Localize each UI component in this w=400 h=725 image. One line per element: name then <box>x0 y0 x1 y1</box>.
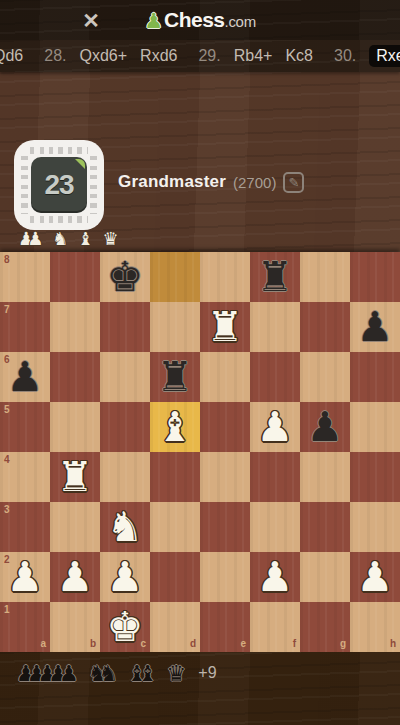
square-c5[interactable] <box>100 402 150 452</box>
piece-white-rook[interactable]: ♜ <box>50 452 100 502</box>
square-e8[interactable] <box>200 252 250 302</box>
piece-black-pawn[interactable]: ♟ <box>0 352 50 402</box>
piece-white-pawn[interactable]: ♟ <box>50 552 100 602</box>
square-h8[interactable] <box>350 252 400 302</box>
square-a3[interactable]: 3 <box>0 502 50 552</box>
piece-black-rook[interactable]: ♜ <box>250 252 300 302</box>
square-c2[interactable]: ♟ <box>100 552 150 602</box>
piece-white-pawn[interactable]: ♟ <box>250 402 300 452</box>
captured-pieces-by-white: ♟♟♟♟♟♞♞♝♝♛+9 <box>16 661 217 685</box>
rank-label-5: 5 <box>4 405 10 415</box>
square-b5[interactable] <box>50 402 100 452</box>
square-g2[interactable] <box>300 552 350 602</box>
square-g4[interactable] <box>300 452 350 502</box>
move-item[interactable]: Kc8 <box>285 47 313 65</box>
cpu-chip-icon: 23 <box>31 157 87 213</box>
square-b4[interactable]: ♜ <box>50 452 100 502</box>
square-f7[interactable] <box>250 302 300 352</box>
piece-white-knight[interactable]: ♞ <box>100 502 150 552</box>
square-e3[interactable] <box>200 502 250 552</box>
player-section: 23 Grandmaster (2700) ✎ ♟♟♞♝♛ <box>0 72 400 252</box>
chip-pins <box>30 216 88 223</box>
player-rating: (2700) <box>233 174 276 191</box>
piece-white-rook[interactable]: ♜ <box>200 302 250 352</box>
square-a5[interactable]: 5 <box>0 402 50 452</box>
captured-bishop-icon: ♝ <box>77 230 93 248</box>
square-a1[interactable]: 1a <box>0 602 50 652</box>
square-a2[interactable]: 2♟ <box>0 552 50 602</box>
chip-notch <box>75 159 85 169</box>
square-g7[interactable] <box>300 302 350 352</box>
square-e6[interactable] <box>200 352 250 402</box>
captured-knight-icon: ♞ <box>98 663 118 685</box>
captured-knight-group: ♞ <box>52 230 68 248</box>
square-b1[interactable]: b <box>50 602 100 652</box>
chess-board[interactable]: 8♚♜7♜♟6♟♜5♝♟♟4♜3♞2♟♟♟♟♟1abc♚defgh <box>0 252 400 652</box>
rank-label-3: 3 <box>4 505 10 515</box>
move-item[interactable]: Qd6 <box>0 47 23 65</box>
square-h3[interactable] <box>350 502 400 552</box>
square-f8[interactable]: ♜ <box>250 252 300 302</box>
square-e5[interactable] <box>200 402 250 452</box>
top-bar: ✕ ♟ Chess .com <box>0 0 400 40</box>
piece-white-king[interactable]: ♚ <box>100 602 150 652</box>
file-label-b: b <box>90 639 96 649</box>
move-item[interactable]: Rxd6 <box>140 47 177 65</box>
captured-knight-group: ♞♞ <box>88 663 118 685</box>
square-b7[interactable] <box>50 302 100 352</box>
square-d7[interactable] <box>150 302 200 352</box>
current-move[interactable]: Rxe7 <box>369 45 400 67</box>
square-g5[interactable]: ♟ <box>300 402 350 452</box>
material-advantage: +9 <box>198 664 216 682</box>
square-a7[interactable]: 7 <box>0 302 50 352</box>
bot-avatar[interactable]: 23 <box>14 140 104 230</box>
square-a4[interactable]: 4 <box>0 452 50 502</box>
captured-pawn-group: ♟♟♟♟♟ <box>16 663 79 685</box>
square-b3[interactable] <box>50 502 100 552</box>
square-d6[interactable]: ♜ <box>150 352 200 402</box>
square-d4[interactable] <box>150 452 200 502</box>
captured-pawn-icon: ♟ <box>27 230 43 248</box>
square-d8[interactable] <box>150 252 200 302</box>
square-c7[interactable] <box>100 302 150 352</box>
captured-bishop-icon: ♝ <box>138 663 158 685</box>
piece-black-pawn[interactable]: ♟ <box>350 302 400 352</box>
square-f2[interactable]: ♟ <box>250 552 300 602</box>
square-f1[interactable]: f <box>250 602 300 652</box>
piece-white-pawn[interactable]: ♟ <box>250 552 300 602</box>
captured-bishop-group: ♝ <box>77 230 93 248</box>
square-d2[interactable] <box>150 552 200 602</box>
rank-label-7: 7 <box>4 305 10 315</box>
logo-text-chess: Chess <box>164 8 225 32</box>
piece-white-pawn[interactable]: ♟ <box>100 552 150 602</box>
logo-text-com: .com <box>225 13 256 30</box>
piece-white-pawn[interactable]: ♟ <box>0 552 50 602</box>
square-g6[interactable] <box>300 352 350 402</box>
square-e7[interactable]: ♜ <box>200 302 250 352</box>
square-g8[interactable] <box>300 252 350 302</box>
square-a8[interactable]: 8 <box>0 252 50 302</box>
piece-black-pawn[interactable]: ♟ <box>300 402 350 452</box>
captured-bishop-group: ♝♝ <box>127 663 157 685</box>
square-h5[interactable] <box>350 402 400 452</box>
move-number: 30. <box>334 47 356 65</box>
move-list-bar[interactable]: Qd628.Qxd6+Rxd629.Rb4+Kc830.Rxe7 <box>0 40 400 72</box>
square-c4[interactable] <box>100 452 150 502</box>
square-f4[interactable] <box>250 452 300 502</box>
square-c6[interactable] <box>100 352 150 402</box>
captured-queen-icon: ♛ <box>103 230 119 248</box>
square-e1[interactable]: e <box>200 602 250 652</box>
rank-label-1: 1 <box>4 605 10 615</box>
square-g1[interactable]: g <box>300 602 350 652</box>
move-number: 29. <box>198 47 220 65</box>
square-b6[interactable] <box>50 352 100 402</box>
player-name: Grandmaster <box>118 172 226 192</box>
file-label-h: h <box>390 639 396 649</box>
chesscom-logo: ♟ Chess .com <box>144 8 256 32</box>
chip-pins <box>30 147 88 154</box>
square-h1[interactable]: h <box>350 602 400 652</box>
file-label-a: a <box>40 639 46 649</box>
captured-queen-group: ♛ <box>103 230 119 248</box>
square-c3[interactable]: ♞ <box>100 502 150 552</box>
square-d1[interactable]: d <box>150 602 200 652</box>
rank-label-4: 4 <box>4 455 10 465</box>
file-label-g: g <box>340 639 346 649</box>
file-label-f: f <box>293 639 296 649</box>
file-label-d: d <box>190 639 196 649</box>
square-h7[interactable]: ♟ <box>350 302 400 352</box>
chip-pins <box>21 156 28 214</box>
move-item[interactable]: Qxd6+ <box>80 47 128 65</box>
square-f3[interactable] <box>250 502 300 552</box>
square-e4[interactable] <box>200 452 250 502</box>
square-d5[interactable]: ♝ <box>150 402 200 452</box>
piece-white-pawn[interactable]: ♟ <box>350 552 400 602</box>
square-b8[interactable] <box>50 252 100 302</box>
captured-queen-icon: ♛ <box>167 663 187 685</box>
square-c8[interactable]: ♚ <box>100 252 150 302</box>
chip-pins <box>90 156 97 214</box>
file-label-e: e <box>240 639 246 649</box>
piece-white-bishop[interactable]: ♝ <box>150 402 200 452</box>
square-e2[interactable] <box>200 552 250 602</box>
square-g3[interactable] <box>300 502 350 552</box>
edit-icon[interactable]: ✎ <box>283 172 304 193</box>
bottom-section: ♟♟♟♟♟♞♞♝♝♛+9 <box>0 652 400 725</box>
captured-knight-icon: ♞ <box>52 230 68 248</box>
square-f6[interactable] <box>250 352 300 402</box>
move-number: 28. <box>44 47 66 65</box>
captured-queen-group: ♛ <box>167 663 187 685</box>
piece-black-king[interactable]: ♚ <box>100 252 150 302</box>
piece-black-rook[interactable]: ♜ <box>150 352 200 402</box>
rank-label-8: 8 <box>4 255 10 265</box>
square-a6[interactable]: 6♟ <box>0 352 50 402</box>
pawn-icon: ♟ <box>144 9 163 33</box>
square-d3[interactable] <box>150 502 200 552</box>
move-item[interactable]: Rb4+ <box>234 47 273 65</box>
square-h2[interactable]: ♟ <box>350 552 400 602</box>
square-c1[interactable]: c♚ <box>100 602 150 652</box>
square-h4[interactable] <box>350 452 400 502</box>
captured-pawn-icon: ♟ <box>59 663 79 685</box>
captured-pawn-group: ♟♟ <box>18 230 43 248</box>
captured-pieces-by-black: ♟♟♞♝♛ <box>18 228 128 248</box>
square-h6[interactable] <box>350 352 400 402</box>
square-f5[interactable]: ♟ <box>250 402 300 452</box>
close-icon[interactable]: ✕ <box>76 6 106 36</box>
square-b2[interactable]: ♟ <box>50 552 100 602</box>
